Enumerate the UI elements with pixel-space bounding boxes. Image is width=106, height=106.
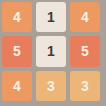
game-board[interactable]: 414515433 xyxy=(0,0,106,106)
tile-4: 4 xyxy=(2,2,32,32)
tile-5: 5 xyxy=(70,36,100,66)
tile-5: 5 xyxy=(2,36,32,66)
tile-3: 3 xyxy=(70,71,100,101)
tile-3: 3 xyxy=(36,71,66,101)
tile-4: 4 xyxy=(2,71,32,101)
tile-1: 1 xyxy=(36,36,66,66)
tile-4: 4 xyxy=(70,2,100,32)
tile-1: 1 xyxy=(36,2,66,32)
